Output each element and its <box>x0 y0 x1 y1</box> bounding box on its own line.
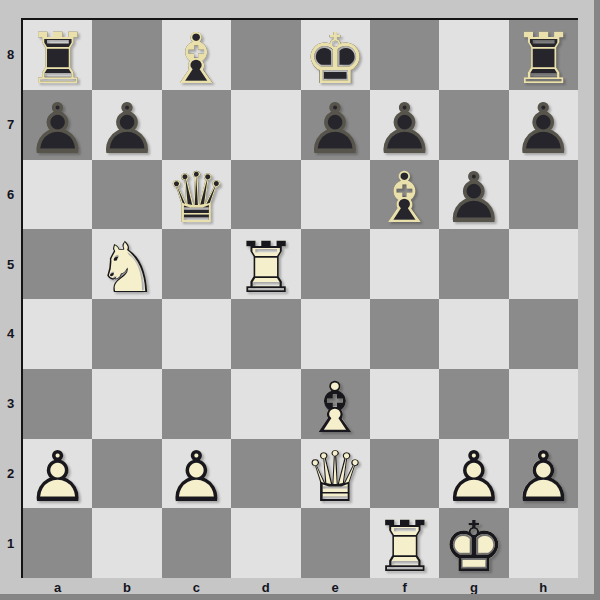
square-d7[interactable] <box>231 90 300 160</box>
square-a2[interactable]: ♟♙ <box>23 439 92 509</box>
square-e8[interactable]: ♚♔ <box>301 20 370 90</box>
piece-outline-glyph: ♙ <box>439 443 508 513</box>
square-f4[interactable] <box>370 299 439 369</box>
piece-fill-glyph: ♟ <box>439 164 508 234</box>
file-label-f: f <box>370 577 439 597</box>
piece-fill-glyph: ♜ <box>23 24 92 94</box>
square-b5[interactable]: ♞♘ <box>92 229 161 299</box>
piece-fill-glyph: ♜ <box>509 24 578 94</box>
piece-outline-glyph: ♕ <box>301 443 370 513</box>
piece-outline-glyph: ♘ <box>92 233 161 303</box>
square-b2[interactable] <box>92 439 161 509</box>
piece-outline-glyph: ♙ <box>92 94 161 164</box>
piece-fill-glyph: ♟ <box>370 94 439 164</box>
square-d3[interactable] <box>231 369 300 439</box>
square-b3[interactable] <box>92 369 161 439</box>
piece-fill-glyph: ♛ <box>162 164 231 234</box>
square-a6[interactable] <box>23 160 92 230</box>
square-c2[interactable]: ♟♙ <box>162 439 231 509</box>
piece-fill-glyph: ♟ <box>23 443 92 513</box>
piece-outline-glyph: ♖ <box>370 512 439 582</box>
piece-black-pawn[interactable]: ♟♙ <box>23 90 92 160</box>
square-a8[interactable]: ♜♖ <box>23 20 92 90</box>
square-f8[interactable] <box>370 20 439 90</box>
piece-black-rook[interactable]: ♜♖ <box>23 20 92 90</box>
piece-fill-glyph: ♚ <box>439 512 508 582</box>
piece-outline-glyph: ♔ <box>301 24 370 94</box>
file-label-g: g <box>439 577 508 597</box>
piece-black-pawn[interactable]: ♟♙ <box>370 90 439 160</box>
piece-outline-glyph: ♙ <box>23 94 92 164</box>
square-d2[interactable] <box>231 439 300 509</box>
square-g6[interactable]: ♟♙ <box>439 160 508 230</box>
piece-fill-glyph: ♚ <box>301 24 370 94</box>
square-b4[interactable] <box>92 299 161 369</box>
file-label-e: e <box>301 577 370 597</box>
piece-white-rook[interactable]: ♜♖ <box>370 508 439 578</box>
piece-black-rook[interactable]: ♜♖ <box>509 20 578 90</box>
piece-outline-glyph: ♙ <box>370 94 439 164</box>
piece-outline-glyph: ♗ <box>370 164 439 234</box>
square-f3[interactable] <box>370 369 439 439</box>
piece-white-pawn[interactable]: ♟♙ <box>439 439 508 509</box>
square-g1[interactable]: ♚♔ <box>439 508 508 578</box>
square-h2[interactable]: ♟♙ <box>509 439 578 509</box>
square-e6[interactable] <box>301 160 370 230</box>
square-b1[interactable] <box>92 508 161 578</box>
rank-label-3: 3 <box>0 369 21 439</box>
piece-white-rook[interactable]: ♜♖ <box>231 229 300 299</box>
square-d8[interactable] <box>231 20 300 90</box>
piece-outline-glyph: ♖ <box>509 24 578 94</box>
piece-white-king[interactable]: ♚♔ <box>439 508 508 578</box>
square-e5[interactable] <box>301 229 370 299</box>
piece-fill-glyph: ♟ <box>509 94 578 164</box>
square-d6[interactable] <box>231 160 300 230</box>
square-d4[interactable] <box>231 299 300 369</box>
piece-fill-glyph: ♟ <box>92 94 161 164</box>
piece-black-queen[interactable]: ♛♕ <box>162 160 231 230</box>
piece-outline-glyph: ♖ <box>23 24 92 94</box>
rank-label-8: 8 <box>0 20 21 90</box>
rank-label-4: 4 <box>0 299 21 369</box>
piece-fill-glyph: ♟ <box>301 94 370 164</box>
piece-black-bishop[interactable]: ♝♗ <box>162 20 231 90</box>
square-c1[interactable] <box>162 508 231 578</box>
square-g3[interactable] <box>439 369 508 439</box>
piece-black-pawn[interactable]: ♟♙ <box>509 90 578 160</box>
piece-outline-glyph: ♙ <box>301 94 370 164</box>
file-label-c: c <box>162 577 231 597</box>
square-b7[interactable]: ♟♙ <box>92 90 161 160</box>
piece-black-king[interactable]: ♚♔ <box>301 20 370 90</box>
square-d5[interactable]: ♜♖ <box>231 229 300 299</box>
piece-outline-glyph: ♙ <box>509 94 578 164</box>
rank-label-5: 5 <box>0 229 21 299</box>
square-h5[interactable] <box>509 229 578 299</box>
piece-outline-glyph: ♗ <box>162 24 231 94</box>
square-g8[interactable] <box>439 20 508 90</box>
piece-outline-glyph: ♗ <box>301 373 370 443</box>
square-c7[interactable] <box>162 90 231 160</box>
square-e1[interactable] <box>301 508 370 578</box>
piece-fill-glyph: ♜ <box>231 233 300 303</box>
square-c4[interactable] <box>162 299 231 369</box>
square-h8[interactable]: ♜♖ <box>509 20 578 90</box>
square-e3[interactable]: ♝♗ <box>301 369 370 439</box>
square-h1[interactable] <box>509 508 578 578</box>
piece-fill-glyph: ♟ <box>509 443 578 513</box>
rank-label-2: 2 <box>0 439 21 509</box>
square-a5[interactable] <box>23 229 92 299</box>
square-f5[interactable] <box>370 229 439 299</box>
square-g5[interactable] <box>439 229 508 299</box>
square-a3[interactable] <box>23 369 92 439</box>
piece-outline-glyph: ♕ <box>162 164 231 234</box>
piece-white-bishop[interactable]: ♝♗ <box>301 369 370 439</box>
square-g7[interactable] <box>439 90 508 160</box>
square-h4[interactable] <box>509 299 578 369</box>
piece-black-pawn[interactable]: ♟♙ <box>92 90 161 160</box>
square-c8[interactable]: ♝♗ <box>162 20 231 90</box>
square-f1[interactable]: ♜♖ <box>370 508 439 578</box>
piece-white-pawn[interactable]: ♟♙ <box>509 439 578 509</box>
piece-fill-glyph: ♞ <box>92 233 161 303</box>
square-g2[interactable]: ♟♙ <box>439 439 508 509</box>
piece-outline-glyph: ♙ <box>23 443 92 513</box>
square-b6[interactable] <box>92 160 161 230</box>
square-h7[interactable]: ♟♙ <box>509 90 578 160</box>
piece-fill-glyph: ♟ <box>439 443 508 513</box>
square-a7[interactable]: ♟♙ <box>23 90 92 160</box>
piece-outline-glyph: ♖ <box>231 233 300 303</box>
piece-fill-glyph: ♝ <box>162 24 231 94</box>
square-a1[interactable] <box>23 508 92 578</box>
square-f7[interactable]: ♟♙ <box>370 90 439 160</box>
piece-fill-glyph: ♝ <box>370 164 439 234</box>
square-g4[interactable] <box>439 299 508 369</box>
square-b8[interactable] <box>92 20 161 90</box>
piece-outline-glyph: ♙ <box>439 164 508 234</box>
square-e7[interactable]: ♟♙ <box>301 90 370 160</box>
piece-white-pawn[interactable]: ♟♙ <box>162 439 231 509</box>
piece-outline-glyph: ♙ <box>162 443 231 513</box>
piece-fill-glyph: ♛ <box>301 443 370 513</box>
rank-label-6: 6 <box>0 160 21 230</box>
piece-black-pawn[interactable]: ♟♙ <box>301 90 370 160</box>
piece-black-pawn[interactable]: ♟♙ <box>439 160 508 230</box>
chess-diagram: 87654321 abcdefgh ♜♖♝♗♚♔♜♖♟♙♟♙♟♙♟♙♟♙♛♕♝♗… <box>0 0 600 600</box>
file-label-d: d <box>231 577 300 597</box>
square-c6[interactable]: ♛♕ <box>162 160 231 230</box>
piece-black-bishop[interactable]: ♝♗ <box>370 160 439 230</box>
piece-outline-glyph: ♙ <box>509 443 578 513</box>
piece-white-queen[interactable]: ♛♕ <box>301 439 370 509</box>
rank-label-7: 7 <box>0 90 21 160</box>
rank-label-1: 1 <box>0 508 21 578</box>
square-f2[interactable] <box>370 439 439 509</box>
square-e4[interactable] <box>301 299 370 369</box>
square-c3[interactable] <box>162 369 231 439</box>
square-d1[interactable] <box>231 508 300 578</box>
square-h3[interactable] <box>509 369 578 439</box>
file-label-h: h <box>509 577 578 597</box>
square-c5[interactable] <box>162 229 231 299</box>
piece-fill-glyph: ♟ <box>23 94 92 164</box>
square-h6[interactable] <box>509 160 578 230</box>
piece-fill-glyph: ♟ <box>162 443 231 513</box>
piece-fill-glyph: ♝ <box>301 373 370 443</box>
piece-fill-glyph: ♜ <box>370 512 439 582</box>
square-a4[interactable] <box>23 299 92 369</box>
chess-board: ♜♖♝♗♚♔♜♖♟♙♟♙♟♙♟♙♟♙♛♕♝♗♟♙♞♘♜♖♝♗♟♙♟♙♛♕♟♙♟♙… <box>21 18 578 578</box>
piece-white-knight[interactable]: ♞♘ <box>92 229 161 299</box>
file-label-a: a <box>23 577 92 597</box>
file-label-b: b <box>92 577 161 597</box>
square-e2[interactable]: ♛♕ <box>301 439 370 509</box>
piece-outline-glyph: ♔ <box>439 512 508 582</box>
piece-white-pawn[interactable]: ♟♙ <box>23 439 92 509</box>
square-f6[interactable]: ♝♗ <box>370 160 439 230</box>
